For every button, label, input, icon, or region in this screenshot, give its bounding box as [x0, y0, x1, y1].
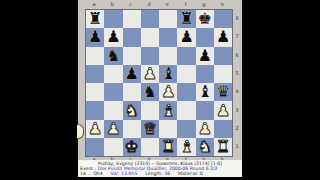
- square-a2[interactable]: ♟: [86, 120, 104, 138]
- piece-black-bishop-e5[interactable]: ♝: [161, 65, 175, 83]
- file-label-a: a: [85, 1, 103, 8]
- piece-black-rook-a8[interactable]: ♜: [88, 10, 102, 28]
- square-e3[interactable]: ♝: [159, 101, 177, 119]
- square-e5[interactable]: ♝: [159, 65, 177, 83]
- square-g5[interactable]: [196, 65, 214, 83]
- square-b8[interactable]: [104, 10, 122, 28]
- square-b7[interactable]: ♟: [104, 28, 122, 46]
- square-h7[interactable]: ♟: [214, 28, 232, 46]
- rank-label-1: 1: [233, 137, 241, 155]
- square-e7[interactable]: [159, 28, 177, 46]
- piece-black-pawn-f7[interactable]: ♟: [179, 28, 193, 46]
- square-d3[interactable]: [141, 101, 159, 119]
- piece-white-pawn-b2[interactable]: ♟: [106, 120, 120, 138]
- piece-black-knight-b6[interactable]: ♞: [106, 47, 120, 65]
- square-g4[interactable]: ♝: [196, 83, 214, 101]
- square-a8[interactable]: ♜: [86, 10, 104, 28]
- square-h4[interactable]: ♛: [214, 83, 232, 101]
- square-c6[interactable]: [123, 47, 141, 65]
- file-labels-top: abcdefgh: [85, 1, 231, 8]
- piece-black-king-g8[interactable]: ♚: [198, 10, 212, 28]
- rank-labels-right: 87654321: [233, 9, 241, 155]
- square-f6[interactable]: [177, 47, 195, 65]
- material-text: Material: 0: [178, 171, 203, 176]
- square-a3[interactable]: [86, 101, 104, 119]
- square-c2[interactable]: [123, 120, 141, 138]
- square-h6[interactable]: [214, 47, 232, 65]
- rank-label-5: 5: [233, 64, 241, 82]
- piece-white-pawn-e4[interactable]: ♟: [161, 83, 175, 101]
- square-a5[interactable]: [86, 65, 104, 83]
- square-g3[interactable]: [196, 101, 214, 119]
- rank-label-7: 7: [233, 27, 241, 45]
- rank-label-3: 3: [233, 100, 241, 118]
- piece-white-knight-c3[interactable]: ♞: [125, 102, 139, 120]
- square-c1[interactable]: ♚: [123, 138, 141, 156]
- piece-white-pawn-d5[interactable]: ♟: [143, 65, 157, 83]
- square-h5[interactable]: [214, 65, 232, 83]
- piece-white-bishop-e3[interactable]: ♝: [161, 102, 175, 120]
- piece-white-knight-g1[interactable]: ♞: [198, 138, 212, 156]
- square-h3[interactable]: ♟: [214, 101, 232, 119]
- square-b3[interactable]: [104, 101, 122, 119]
- piece-white-pawn-g2[interactable]: ♟: [198, 120, 212, 138]
- square-e6[interactable]: [159, 47, 177, 65]
- event-score: 2/2: [210, 166, 217, 171]
- square-g6[interactable]: ♟: [196, 47, 214, 65]
- chessboard[interactable]: ♜♜♚♟♟♟♟♞♟♟♟♝♞♟♝♛♞♝♟♟♟♛♟♚♜♝♞♜: [85, 9, 233, 157]
- square-h2[interactable]: [214, 120, 232, 138]
- piece-black-knight-d4[interactable]: ♞: [143, 83, 157, 101]
- piece-black-rook-f8[interactable]: ♜: [179, 10, 193, 28]
- square-a6[interactable]: [86, 47, 104, 65]
- square-f4[interactable]: [177, 83, 195, 101]
- file-label-b: b: [103, 1, 121, 8]
- game-info-panel: Pudlay, Evgeny (2315) -- Gawehns, Klaus …: [78, 160, 242, 177]
- square-f8[interactable]: ♜: [177, 10, 195, 28]
- piece-white-queen-d2[interactable]: ♛: [143, 120, 157, 138]
- square-a4[interactable]: [86, 83, 104, 101]
- piece-white-pawn-h3[interactable]: ♟: [216, 102, 230, 120]
- file-label-c: c: [122, 1, 140, 8]
- piece-white-king-c1[interactable]: ♚: [125, 138, 139, 156]
- square-g7[interactable]: [196, 28, 214, 46]
- square-c5[interactable]: ♟: [123, 65, 141, 83]
- piece-black-pawn-b7[interactable]: ♟: [106, 28, 120, 46]
- event-link[interactable]: Dos Pundit Memorial Qualifier, 2000-06 R…: [98, 166, 209, 171]
- square-d1[interactable]: [141, 138, 159, 156]
- length-text: Length: 36: [145, 171, 170, 176]
- square-d7[interactable]: [141, 28, 159, 46]
- square-g8[interactable]: ♚: [196, 10, 214, 28]
- rank-label-6: 6: [233, 46, 241, 64]
- square-a1[interactable]: [86, 138, 104, 156]
- square-d6[interactable]: [141, 47, 159, 65]
- square-f3[interactable]: [177, 101, 195, 119]
- square-a7[interactable]: ♟: [86, 28, 104, 46]
- piece-white-rook-h1[interactable]: ♜: [216, 138, 230, 156]
- square-d4[interactable]: ♞: [141, 83, 159, 101]
- piece-black-pawn-g6[interactable]: ♟: [198, 47, 212, 65]
- variation-text[interactable]: Var: 13.Rh5: [111, 171, 138, 176]
- move-status-line: 14 ... Qh4 Var: 13.Rh5 Length: 36 Materi…: [78, 171, 242, 176]
- rank-label-8: 8: [233, 9, 241, 27]
- square-f7[interactable]: ♟: [177, 28, 195, 46]
- square-e4[interactable]: ♟: [159, 83, 177, 101]
- video-stage: abcdefgh ♜♜♚♟♟♟♟♞♟♟♟♝♞♟♝♛♞♝♟♟♟♛♟♚♜♝♞♜ 87…: [0, 0, 320, 180]
- file-label-h: h: [213, 1, 231, 8]
- square-h1[interactable]: ♜: [214, 138, 232, 156]
- square-b4[interactable]: [104, 83, 122, 101]
- square-b5[interactable]: [104, 65, 122, 83]
- piece-black-pawn-a7[interactable]: ♟: [88, 28, 102, 46]
- piece-black-pawn-h7[interactable]: ♟: [216, 28, 230, 46]
- square-b1[interactable]: [104, 138, 122, 156]
- square-b6[interactable]: ♞: [104, 47, 122, 65]
- event-label: Event :: [80, 166, 96, 171]
- current-move: 14 ... Qh4: [80, 171, 103, 176]
- square-b2[interactable]: ♟: [104, 120, 122, 138]
- square-e2[interactable]: [159, 120, 177, 138]
- partial-piece-artifact: [77, 124, 84, 139]
- square-g1[interactable]: ♞: [196, 138, 214, 156]
- file-label-g: g: [195, 1, 213, 8]
- piece-white-rook-e1[interactable]: ♜: [161, 138, 175, 156]
- square-g2[interactable]: ♟: [196, 120, 214, 138]
- file-label-f: f: [176, 1, 194, 8]
- square-e1[interactable]: ♜: [159, 138, 177, 156]
- square-e8[interactable]: [159, 10, 177, 28]
- square-c4[interactable]: [123, 83, 141, 101]
- piece-black-queen-h4[interactable]: ♛: [216, 83, 230, 101]
- square-d8[interactable]: [141, 10, 159, 28]
- square-d2[interactable]: ♛: [141, 120, 159, 138]
- file-label-e: e: [158, 1, 176, 8]
- square-c3[interactable]: ♞: [123, 101, 141, 119]
- square-f1[interactable]: ♝: [177, 138, 195, 156]
- square-d5[interactable]: ♟: [141, 65, 159, 83]
- rank-label-2: 2: [233, 119, 241, 137]
- square-f5[interactable]: [177, 65, 195, 83]
- square-f2[interactable]: [177, 120, 195, 138]
- piece-white-bishop-f1[interactable]: ♝: [179, 138, 193, 156]
- square-h8[interactable]: [214, 10, 232, 28]
- piece-black-pawn-c5[interactable]: ♟: [125, 65, 139, 83]
- file-label-d: d: [140, 1, 158, 8]
- chessboard-frame: abcdefgh ♜♜♚♟♟♟♟♞♟♟♟♝♞♟♝♛♞♝♟♟♟♛♟♚♜♝♞♜ 87…: [78, 0, 242, 160]
- piece-black-bishop-g4[interactable]: ♝: [198, 83, 212, 101]
- rank-label-4: 4: [233, 82, 241, 100]
- piece-white-pawn-a2[interactable]: ♟: [88, 120, 102, 138]
- square-c7[interactable]: [123, 28, 141, 46]
- square-c8[interactable]: [123, 10, 141, 28]
